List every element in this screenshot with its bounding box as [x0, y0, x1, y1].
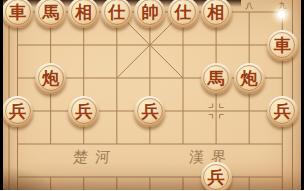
xiangqi-piece-red-horse[interactable]: 馬: [35, 0, 66, 28]
piece-glyph: 帥: [141, 4, 158, 21]
letterbox-left: [0, 0, 3, 190]
xiangqi-piece-red-horse[interactable]: 馬: [201, 63, 232, 94]
xiangqi-piece-red-soldier[interactable]: 兵: [68, 96, 99, 127]
piece-glyph: 馬: [42, 4, 59, 21]
xiangqi-piece-red-chariot[interactable]: 車: [267, 30, 298, 61]
piece-glyph: 相: [75, 4, 92, 21]
piece-glyph: 兵: [141, 103, 158, 120]
piece-glyph: 兵: [9, 103, 26, 120]
letterbox-right: [301, 0, 304, 190]
xiangqi-piece-red-soldier[interactable]: 兵: [201, 162, 232, 191]
piece-glyph: 仕: [175, 4, 192, 21]
xiangqi-app-screen: 一二三四五六七八九 楚河 漢界 車馬相仕帥仕相車炮馬炮兵兵兵兵兵: [0, 0, 304, 190]
xiangqi-piece-red-cannon[interactable]: 炮: [35, 63, 66, 94]
piece-glyph: 兵: [208, 169, 225, 186]
xiangqi-board[interactable]: 一二三四五六七八九 楚河 漢界 車馬相仕帥仕相車炮馬炮兵兵兵兵兵: [3, 0, 301, 190]
piece-glyph: 兵: [75, 103, 92, 120]
xiangqi-piece-red-advisor[interactable]: 仕: [168, 0, 199, 28]
xiangqi-piece-red-soldier[interactable]: 兵: [267, 96, 298, 127]
piece-glyph: 車: [9, 4, 26, 21]
xiangqi-piece-red-cannon[interactable]: 炮: [234, 63, 265, 94]
xiangqi-piece-red-chariot[interactable]: 車: [2, 0, 33, 28]
piece-glyph: 炮: [42, 70, 59, 87]
xiangqi-piece-red-elephant[interactable]: 相: [201, 0, 232, 28]
xiangqi-piece-red-general[interactable]: 帥: [134, 0, 165, 28]
xiangqi-piece-red-soldier[interactable]: 兵: [134, 96, 165, 127]
xiangqi-piece-red-soldier[interactable]: 兵: [2, 96, 33, 127]
piece-glyph: 車: [274, 37, 291, 54]
xiangqi-piece-red-elephant[interactable]: 相: [68, 0, 99, 28]
piece-glyph: 炮: [241, 70, 258, 87]
piece-glyph: 馬: [208, 70, 225, 87]
piece-grid: 車馬相仕帥仕相車炮馬炮兵兵兵兵兵: [1, 0, 299, 190]
piece-glyph: 仕: [108, 4, 125, 21]
xiangqi-piece-red-advisor[interactable]: 仕: [101, 0, 132, 28]
piece-glyph: 兵: [274, 103, 291, 120]
piece-glyph: 相: [208, 4, 225, 21]
